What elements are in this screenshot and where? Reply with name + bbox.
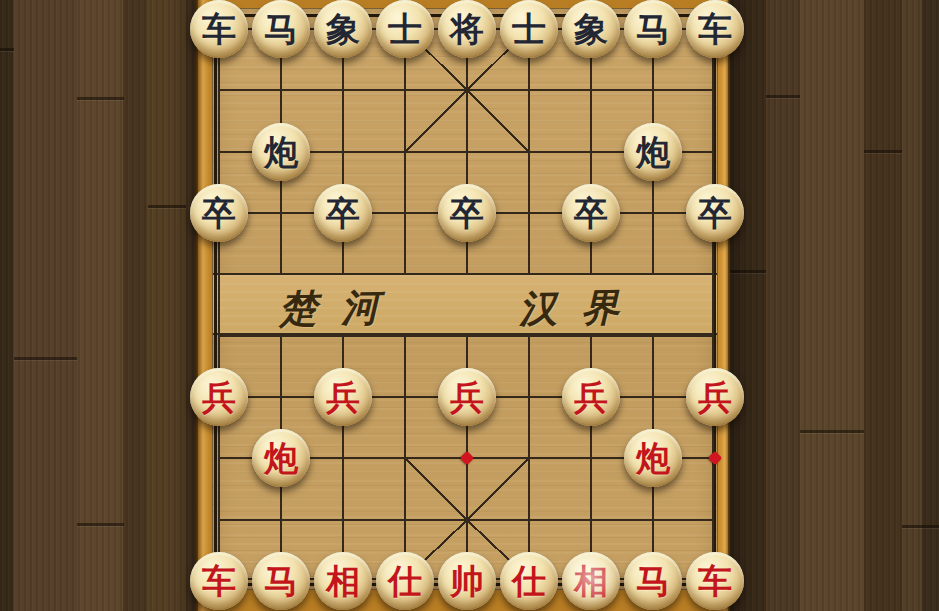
piece-layer: 车马象士将士象马车炮炮卒卒卒卒卒兵兵兵兵兵炮炮车马相仕帅仕相马车 — [218, 28, 714, 580]
piece-black-soldier[interactable]: 卒 — [438, 184, 496, 242]
piece-glyph: 马 — [636, 552, 670, 610]
piece-glyph: 兵 — [450, 368, 484, 426]
plank-joint — [800, 430, 864, 433]
piece-black-soldier[interactable]: 卒 — [562, 184, 620, 242]
piece-glyph: 仕 — [388, 552, 422, 610]
piece-black-advisor[interactable]: 士 — [500, 0, 558, 58]
piece-glyph: 炮 — [636, 429, 670, 487]
piece-black-soldier[interactable]: 卒 — [314, 184, 372, 242]
plank-joint — [148, 205, 186, 208]
piece-red-soldier[interactable]: 兵 — [438, 368, 496, 426]
piece-glyph: 炮 — [264, 123, 298, 181]
plank-joint — [730, 270, 766, 273]
piece-black-elephant[interactable]: 象 — [314, 0, 372, 58]
piece-glyph: 士 — [388, 0, 422, 58]
plank-joint — [0, 48, 14, 51]
piece-black-cannon[interactable]: 炮 — [252, 123, 310, 181]
piece-glyph: 兵 — [202, 368, 236, 426]
piece-glyph: 车 — [202, 552, 236, 610]
plank-joint — [77, 97, 124, 100]
piece-black-cannon[interactable]: 炮 — [624, 123, 682, 181]
piece-red-soldier[interactable]: 兵 — [562, 368, 620, 426]
piece-red-chariot[interactable]: 车 — [686, 552, 744, 610]
piece-red-chariot[interactable]: 车 — [190, 552, 248, 610]
piece-black-soldier[interactable]: 卒 — [686, 184, 744, 242]
xiangqi-game-screen: 楚河 汉界 车马象士将士象马车炮炮卒卒卒卒卒兵兵兵兵兵炮炮车马相仕帅仕相马车 — [0, 0, 939, 611]
piece-black-advisor[interactable]: 士 — [376, 0, 434, 58]
piece-red-horse[interactable]: 马 — [252, 552, 310, 610]
piece-glyph: 车 — [202, 0, 236, 58]
board-field: 楚河 汉界 车马象士将士象马车炮炮卒卒卒卒卒兵兵兵兵兵炮炮车马相仕帅仕相马车 — [212, 8, 718, 590]
piece-glyph: 卒 — [326, 184, 360, 242]
plank-joint — [77, 523, 124, 526]
piece-black-elephant[interactable]: 象 — [562, 0, 620, 58]
piece-glyph: 卒 — [202, 184, 236, 242]
piece-red-elephant[interactable]: 相 — [562, 552, 620, 610]
piece-red-advisor[interactable]: 仕 — [500, 552, 558, 610]
piece-black-chariot[interactable]: 车 — [686, 0, 744, 58]
piece-glyph: 象 — [574, 0, 608, 58]
piece-glyph: 马 — [264, 552, 298, 610]
piece-glyph: 炮 — [636, 123, 670, 181]
piece-black-general[interactable]: 将 — [438, 0, 496, 58]
piece-glyph: 将 — [450, 0, 484, 58]
piece-red-elephant[interactable]: 相 — [314, 552, 372, 610]
piece-glyph: 士 — [512, 0, 546, 58]
piece-black-horse[interactable]: 马 — [252, 0, 310, 58]
plank-joint — [902, 525, 939, 528]
piece-glyph: 卒 — [450, 184, 484, 242]
piece-black-soldier[interactable]: 卒 — [190, 184, 248, 242]
piece-glyph: 仕 — [512, 552, 546, 610]
plank-joint — [14, 357, 77, 360]
piece-glyph: 炮 — [264, 429, 298, 487]
piece-black-horse[interactable]: 马 — [624, 0, 682, 58]
piece-glyph: 相 — [326, 552, 360, 610]
piece-red-cannon[interactable]: 炮 — [252, 429, 310, 487]
plank-joint — [864, 150, 902, 153]
piece-glyph: 兵 — [326, 368, 360, 426]
piece-glyph: 车 — [698, 0, 732, 58]
piece-red-soldier[interactable]: 兵 — [190, 368, 248, 426]
piece-glyph: 卒 — [574, 184, 608, 242]
piece-red-horse[interactable]: 马 — [624, 552, 682, 610]
piece-glyph: 帅 — [450, 552, 484, 610]
piece-glyph: 马 — [636, 0, 670, 58]
piece-black-chariot[interactable]: 车 — [190, 0, 248, 58]
piece-glyph: 兵 — [698, 368, 732, 426]
move-marker — [460, 451, 474, 465]
piece-red-soldier[interactable]: 兵 — [686, 368, 744, 426]
piece-glyph: 相 — [574, 552, 608, 610]
plank-joint — [766, 95, 800, 98]
piece-red-soldier[interactable]: 兵 — [314, 368, 372, 426]
piece-glyph: 象 — [326, 0, 360, 58]
piece-red-cannon[interactable]: 炮 — [624, 429, 682, 487]
piece-red-advisor[interactable]: 仕 — [376, 552, 434, 610]
piece-red-general[interactable]: 帅 — [438, 552, 496, 610]
piece-glyph: 兵 — [574, 368, 608, 426]
piece-glyph: 卒 — [698, 184, 732, 242]
piece-glyph: 车 — [698, 552, 732, 610]
piece-glyph: 马 — [264, 0, 298, 58]
